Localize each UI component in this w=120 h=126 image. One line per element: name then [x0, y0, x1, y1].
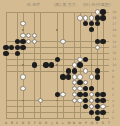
- col-label: A: [5, 121, 7, 125]
- row-label: 2: [112, 110, 114, 114]
- col-label: E: [28, 121, 30, 125]
- white-stone[interactable]: [72, 62, 77, 67]
- white-stone[interactable]: [77, 57, 82, 62]
- hoshi-point: [56, 29, 58, 31]
- black-stone[interactable]: [32, 62, 37, 67]
- row-label: 12: [112, 51, 116, 55]
- col-label: K: [56, 121, 58, 125]
- black-stone[interactable]: [100, 39, 105, 44]
- white-stone[interactable]: [77, 74, 82, 79]
- white-stone[interactable]: [20, 33, 25, 38]
- row-label: 3: [112, 105, 114, 109]
- row-label: 14: [112, 40, 116, 44]
- black-stone[interactable]: [77, 92, 82, 97]
- col-label: P: [85, 121, 87, 125]
- row-label: 8: [112, 75, 114, 79]
- white-stone[interactable]: [38, 98, 43, 103]
- black-stone[interactable]: [3, 51, 8, 56]
- white-stone[interactable]: [89, 74, 94, 79]
- white-stone[interactable]: [77, 15, 82, 20]
- black-stone[interactable]: [20, 39, 25, 44]
- row-label: 13: [112, 46, 116, 50]
- black-stone[interactable]: [95, 104, 100, 109]
- black-stone[interactable]: [95, 98, 100, 103]
- header-black-player: (黑) 黑 古力: [54, 2, 76, 7]
- black-stone[interactable]: [20, 45, 25, 50]
- black-stone[interactable]: [49, 62, 54, 67]
- col-label: H: [45, 121, 47, 125]
- row-label: 5: [112, 93, 114, 97]
- header-status-text: 白 先手: [27, 2, 40, 7]
- col-label: M: [67, 121, 70, 125]
- col-label: Q: [90, 121, 92, 125]
- row-label: 7: [112, 81, 114, 85]
- row-label: 6: [112, 87, 114, 91]
- col-label: G: [39, 121, 41, 125]
- black-stone[interactable]: [100, 110, 105, 115]
- col-label: L: [62, 121, 64, 125]
- black-stone[interactable]: [15, 51, 20, 56]
- black-stone[interactable]: [100, 98, 105, 103]
- black-stone[interactable]: [15, 45, 20, 50]
- col-label: S: [102, 121, 104, 125]
- row-label: 1: [112, 116, 114, 120]
- white-stone[interactable]: [95, 9, 100, 14]
- white-stone[interactable]: [77, 98, 82, 103]
- black-stone[interactable]: [95, 110, 100, 115]
- black-stone[interactable]: [100, 92, 105, 97]
- col-label: C: [16, 121, 18, 125]
- col-label: O: [79, 121, 81, 125]
- black-stone[interactable]: [66, 74, 71, 79]
- row-label: 17: [112, 22, 116, 26]
- black-stone[interactable]: [95, 74, 100, 79]
- hoshi-point: [22, 29, 24, 31]
- black-stone[interactable]: [100, 15, 105, 20]
- black-stone[interactable]: [95, 15, 100, 20]
- col-label: F: [34, 121, 36, 125]
- white-stone[interactable]: [95, 45, 100, 50]
- go-app-window: 白 先手 (黑) 黑 古力 (白) 白(中盘胜) ABCDEFGHJKLMNOP…: [0, 0, 120, 126]
- white-stone[interactable]: [100, 104, 105, 109]
- row-label: 19: [112, 10, 116, 14]
- col-label: B: [11, 121, 13, 125]
- col-label: D: [22, 121, 24, 125]
- black-stone[interactable]: [100, 9, 105, 14]
- black-stone[interactable]: [55, 57, 60, 62]
- hoshi-point: [22, 64, 24, 66]
- white-stone[interactable]: [60, 39, 65, 44]
- black-stone[interactable]: [72, 68, 77, 73]
- row-label: 4: [112, 99, 114, 103]
- white-stone[interactable]: [60, 92, 65, 97]
- header-white-player: (白) 白(中盘胜): [83, 2, 111, 7]
- black-stone[interactable]: [43, 62, 48, 67]
- white-stone[interactable]: [20, 74, 25, 79]
- row-label: 10: [112, 63, 116, 67]
- black-stone[interactable]: [66, 68, 71, 73]
- row-label: 11: [112, 57, 116, 61]
- white-stone[interactable]: [72, 74, 77, 79]
- row-label: 9: [112, 69, 114, 73]
- col-label: R: [96, 121, 98, 125]
- col-label: N: [73, 121, 75, 125]
- row-label: 15: [112, 34, 116, 38]
- black-stone[interactable]: [95, 39, 100, 44]
- col-label: T: [108, 121, 110, 125]
- black-stone[interactable]: [77, 62, 82, 67]
- white-stone[interactable]: [89, 15, 94, 20]
- black-stone[interactable]: [3, 45, 8, 50]
- black-stone[interactable]: [60, 74, 65, 79]
- black-stone[interactable]: [95, 68, 100, 73]
- row-label: 18: [112, 16, 116, 20]
- row-label: 16: [112, 28, 116, 32]
- black-stone[interactable]: [95, 116, 100, 121]
- col-label: J: [51, 121, 52, 125]
